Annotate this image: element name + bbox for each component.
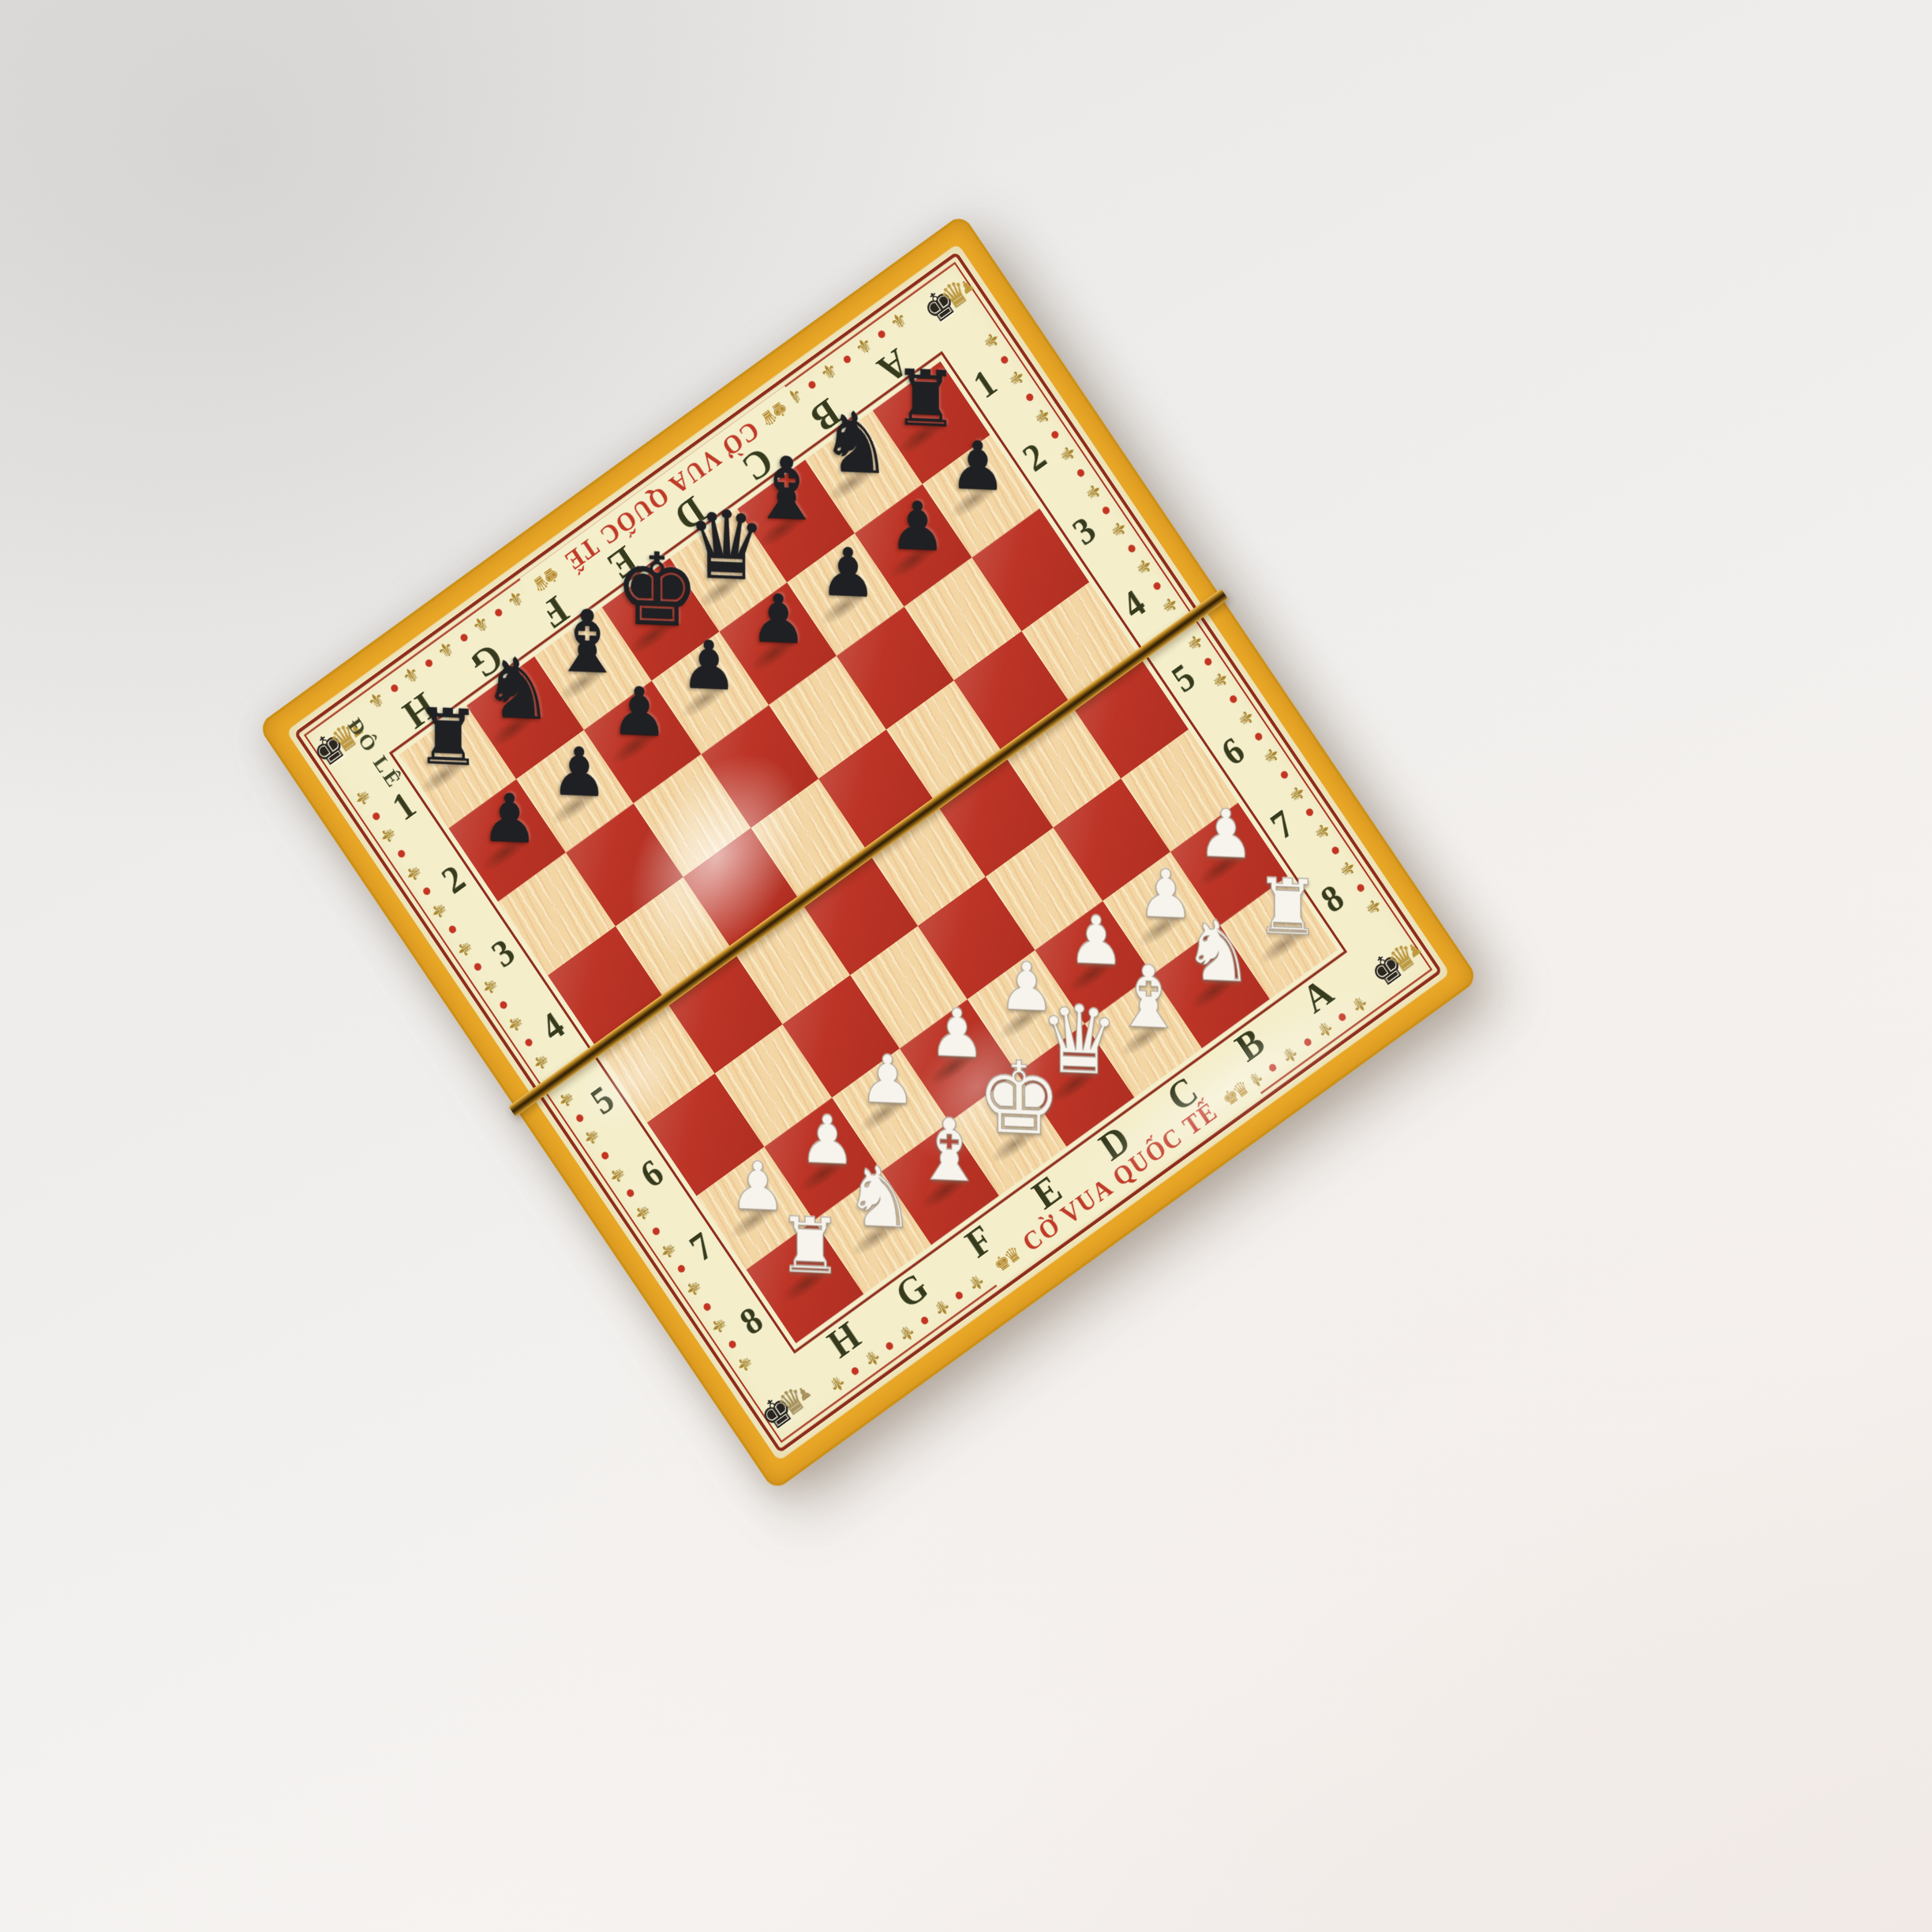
white-pawn[interactable]: ♟ (1197, 799, 1254, 869)
white-bishop[interactable]: ♝ (1112, 953, 1185, 1042)
white-king[interactable]: ♚ (976, 1047, 1061, 1151)
black-pawn[interactable]: ♟ (680, 631, 737, 701)
white-knight[interactable]: ♞ (844, 1155, 915, 1241)
white-rook[interactable]: ♜ (1255, 868, 1320, 948)
chess-board: ⚜⚜⚜⚜⚜⚜⚜⚜⚜⚜⚜⚜⚜⚜⚜⚜ ⚜⚜⚜⚜⚜⚜⚜⚜⚜⚜⚜⚜⚜⚜⚜⚜ ⚜⚜⚜⚜⚜⚜… (257, 213, 1479, 1492)
white-pawn[interactable]: ♟ (859, 1046, 915, 1115)
black-pawn[interactable]: ♟ (750, 585, 807, 654)
white-rook[interactable]: ♜ (777, 1207, 843, 1286)
black-pawn[interactable]: ♟ (889, 492, 946, 562)
white-bishop[interactable]: ♝ (912, 1106, 986, 1195)
black-pawn[interactable]: ♟ (481, 784, 538, 854)
black-knight[interactable]: ♞ (821, 400, 892, 486)
black-pawn[interactable]: ♟ (820, 539, 877, 608)
black-pawn[interactable]: ♟ (611, 678, 668, 747)
black-pawn[interactable]: ♟ (949, 432, 1006, 501)
black-pawn[interactable]: ♟ (551, 738, 608, 807)
board-frame: ⚜⚜⚜⚜⚜⚜⚜⚜⚜⚜⚜⚜⚜⚜⚜⚜ ⚜⚜⚜⚜⚜⚜⚜⚜⚜⚜⚜⚜⚜⚜⚜⚜ ⚜⚜⚜⚜⚜⚜… (257, 213, 1479, 1492)
photo-backdrop: ⚜⚜⚜⚜⚜⚜⚜⚜⚜⚜⚜⚜⚜⚜⚜⚜ ⚜⚜⚜⚜⚜⚜⚜⚜⚜⚜⚜⚜⚜⚜⚜⚜ ⚜⚜⚜⚜⚜⚜… (0, 0, 1932, 1932)
black-knight[interactable]: ♞ (482, 646, 553, 732)
black-rook[interactable]: ♜ (415, 698, 481, 778)
white-knight[interactable]: ♞ (1182, 908, 1253, 994)
